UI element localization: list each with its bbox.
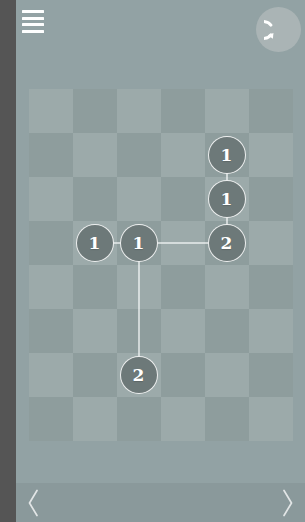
chevron-right-icon [281, 488, 295, 518]
hamburger-menu-icon [22, 17, 44, 20]
board-cell [161, 133, 205, 177]
board-cell [73, 309, 117, 353]
board-cell [117, 397, 161, 441]
puzzle-node-1[interactable]: 1 [76, 224, 114, 262]
board-cell [161, 309, 205, 353]
restart-button[interactable] [256, 7, 301, 52]
level-nav-bar [16, 483, 305, 522]
board-cell [29, 397, 73, 441]
board-cell [249, 397, 293, 441]
prev-level-button[interactable] [16, 483, 50, 522]
board-cell [73, 133, 117, 177]
next-level-button[interactable] [271, 483, 305, 522]
board-cell [205, 89, 249, 133]
board-cell [249, 133, 293, 177]
puzzle-node-2[interactable]: 2 [120, 356, 158, 394]
menu-button[interactable] [22, 10, 44, 33]
board-cell [117, 133, 161, 177]
board-cell [205, 353, 249, 397]
board-cell [161, 353, 205, 397]
board-cell [29, 89, 73, 133]
puzzle-board: 111122 [29, 89, 293, 441]
board-cell [117, 265, 161, 309]
board-cell [29, 265, 73, 309]
board-cell [29, 177, 73, 221]
board-cell [161, 265, 205, 309]
puzzle-node-1[interactable]: 1 [208, 136, 246, 174]
board-cell [73, 177, 117, 221]
board-cell [117, 309, 161, 353]
puzzle-node-1[interactable]: 1 [120, 224, 158, 262]
board-cell [29, 133, 73, 177]
circular-restart-arrow-icon [264, 16, 292, 44]
board-cell [117, 89, 161, 133]
hamburger-menu-icon [22, 23, 44, 26]
board-cell [117, 177, 161, 221]
board-cell [249, 221, 293, 265]
game-screen: 111122 [16, 0, 305, 522]
board-cell [161, 177, 205, 221]
board-cell [205, 265, 249, 309]
chevron-left-icon [26, 488, 40, 518]
board-cell [29, 309, 73, 353]
board-cell [205, 397, 249, 441]
board-cell [29, 221, 73, 265]
board-cell [249, 353, 293, 397]
puzzle-node-1[interactable]: 1 [208, 180, 246, 218]
board-cell [73, 89, 117, 133]
board-cell [249, 89, 293, 133]
board-cell [161, 89, 205, 133]
board-cell [73, 397, 117, 441]
board-cell [249, 309, 293, 353]
board-cell [161, 397, 205, 441]
board-cell [205, 309, 249, 353]
board-cell [161, 221, 205, 265]
board-cell [73, 265, 117, 309]
board-cell [29, 353, 73, 397]
board-cells [29, 89, 293, 441]
board-cell [73, 353, 117, 397]
puzzle-node-2[interactable]: 2 [208, 224, 246, 262]
hamburger-menu-icon [22, 30, 44, 33]
hamburger-menu-icon [22, 10, 44, 13]
board-cell [249, 177, 293, 221]
board-cell [249, 265, 293, 309]
